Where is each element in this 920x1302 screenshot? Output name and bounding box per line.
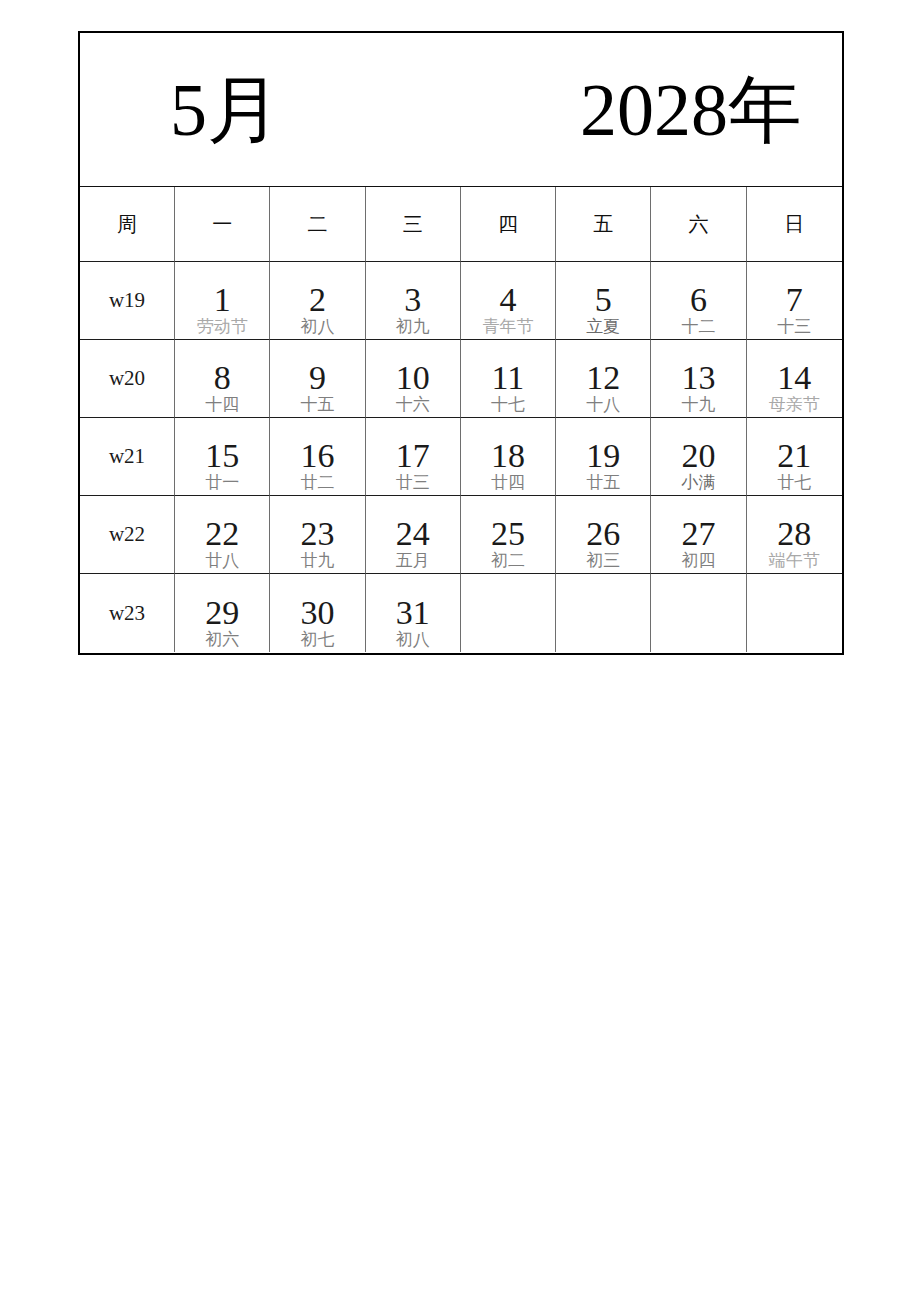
calendar: 5月 2028年 周一二三四五六日w191劳动节2初八3初九4青年节5立夏6十二… [78, 31, 844, 655]
day-number: 24 [396, 516, 430, 552]
day-cell-22: 22廿八 [175, 496, 270, 574]
holiday-label: 端午节 [769, 552, 820, 570]
day-cell-21: 21廿七 [747, 418, 842, 496]
day-number: 28 [777, 516, 811, 552]
weekday-header-四: 四 [461, 187, 556, 262]
lunar-date-label: 十四 [205, 396, 239, 414]
empty-cell [651, 574, 746, 652]
week-column-header: 周 [80, 187, 175, 262]
weekday-header-二: 二 [270, 187, 365, 262]
day-cell-15: 15廿一 [175, 418, 270, 496]
day-number: 22 [205, 516, 239, 552]
day-number: 19 [586, 438, 620, 474]
week-label-w22: w22 [80, 496, 175, 574]
day-cell-9: 9十五 [270, 340, 365, 418]
day-cell-6: 6十二 [651, 262, 746, 340]
lunar-date-label: 廿三 [396, 474, 430, 492]
day-cell-10: 10十六 [366, 340, 461, 418]
day-cell-29: 29初六 [175, 574, 270, 652]
day-cell-20: 20小满 [651, 418, 746, 496]
day-number: 27 [682, 516, 716, 552]
day-number: 16 [300, 438, 334, 474]
lunar-date-label: 十六 [396, 396, 430, 414]
day-number: 30 [300, 595, 334, 631]
day-number: 20 [682, 438, 716, 474]
lunar-date-label: 初四 [682, 552, 716, 570]
month-title: 5月 [170, 73, 281, 147]
lunar-date-label: 初八 [396, 631, 430, 649]
weekday-header-六: 六 [651, 187, 746, 262]
lunar-date-label: 五月 [396, 552, 430, 570]
day-number: 14 [777, 360, 811, 396]
week-label-w21: w21 [80, 418, 175, 496]
day-number: 26 [586, 516, 620, 552]
week-label-w23: w23 [80, 574, 175, 652]
lunar-date-label: 初六 [205, 631, 239, 649]
day-number: 10 [396, 360, 430, 396]
day-cell-18: 18廿四 [461, 418, 556, 496]
day-number: 25 [491, 516, 525, 552]
lunar-date-label: 十五 [300, 396, 334, 414]
lunar-date-label: 十九 [682, 396, 716, 414]
day-cell-17: 17廿三 [366, 418, 461, 496]
lunar-date-label: 初七 [300, 631, 334, 649]
day-number: 3 [404, 282, 421, 318]
holiday-label: 青年节 [482, 318, 533, 336]
weekday-header-三: 三 [366, 187, 461, 262]
day-number: 13 [682, 360, 716, 396]
day-cell-19: 19廿五 [556, 418, 651, 496]
day-number: 18 [491, 438, 525, 474]
lunar-date-label: 初二 [491, 552, 525, 570]
day-number: 17 [396, 438, 430, 474]
day-cell-5: 5立夏 [556, 262, 651, 340]
day-number: 23 [300, 516, 334, 552]
day-cell-12: 12十八 [556, 340, 651, 418]
lunar-date-label: 廿九 [300, 552, 334, 570]
day-cell-28: 28端午节 [747, 496, 842, 574]
lunar-date-label: 廿一 [205, 474, 239, 492]
day-number: 11 [492, 360, 525, 396]
day-cell-31: 31初八 [366, 574, 461, 652]
day-number: 2 [309, 282, 326, 318]
week-label-w20: w20 [80, 340, 175, 418]
day-number: 6 [690, 282, 707, 318]
lunar-date-label: 廿二 [300, 474, 334, 492]
day-cell-27: 27初四 [651, 496, 746, 574]
day-number: 31 [396, 595, 430, 631]
holiday-label: 劳动节 [197, 318, 248, 336]
lunar-date-label: 十七 [491, 396, 525, 414]
empty-cell [747, 574, 842, 652]
day-number: 29 [205, 595, 239, 631]
solar-term-label: 立夏 [586, 318, 620, 336]
day-cell-4: 4青年节 [461, 262, 556, 340]
holiday-label: 母亲节 [769, 396, 820, 414]
day-cell-25: 25初二 [461, 496, 556, 574]
day-cell-2: 2初八 [270, 262, 365, 340]
solar-term-label: 小满 [682, 474, 716, 492]
day-cell-26: 26初三 [556, 496, 651, 574]
day-cell-23: 23廿九 [270, 496, 365, 574]
day-number: 9 [309, 360, 326, 396]
empty-cell [556, 574, 651, 652]
calendar-grid: 周一二三四五六日w191劳动节2初八3初九4青年节5立夏6十二7十三w208十四… [80, 187, 842, 652]
day-cell-13: 13十九 [651, 340, 746, 418]
weekday-header-一: 一 [175, 187, 270, 262]
lunar-date-label: 初九 [396, 318, 430, 336]
day-number: 15 [205, 438, 239, 474]
calendar-title: 5月 2028年 [80, 33, 842, 187]
day-cell-7: 7十三 [747, 262, 842, 340]
day-cell-14: 14母亲节 [747, 340, 842, 418]
lunar-date-label: 廿四 [491, 474, 525, 492]
lunar-date-label: 十二 [682, 318, 716, 336]
year-title: 2028年 [580, 73, 802, 147]
day-cell-24: 24五月 [366, 496, 461, 574]
lunar-date-label: 初三 [586, 552, 620, 570]
empty-cell [461, 574, 556, 652]
day-number: 7 [786, 282, 803, 318]
day-cell-16: 16廿二 [270, 418, 365, 496]
lunar-date-label: 廿五 [586, 474, 620, 492]
day-number: 5 [595, 282, 612, 318]
weekday-header-五: 五 [556, 187, 651, 262]
lunar-date-label: 十八 [586, 396, 620, 414]
day-number: 1 [214, 282, 231, 318]
day-cell-8: 8十四 [175, 340, 270, 418]
day-cell-11: 11十七 [461, 340, 556, 418]
lunar-date-label: 十三 [777, 318, 811, 336]
weekday-header-日: 日 [747, 187, 842, 262]
lunar-date-label: 廿八 [205, 552, 239, 570]
lunar-date-label: 初八 [300, 318, 334, 336]
day-number: 21 [777, 438, 811, 474]
day-number: 12 [586, 360, 620, 396]
day-number: 8 [214, 360, 231, 396]
lunar-date-label: 廿七 [777, 474, 811, 492]
day-cell-3: 3初九 [366, 262, 461, 340]
week-label-w19: w19 [80, 262, 175, 340]
day-cell-30: 30初七 [270, 574, 365, 652]
day-number: 4 [499, 282, 516, 318]
day-cell-1: 1劳动节 [175, 262, 270, 340]
